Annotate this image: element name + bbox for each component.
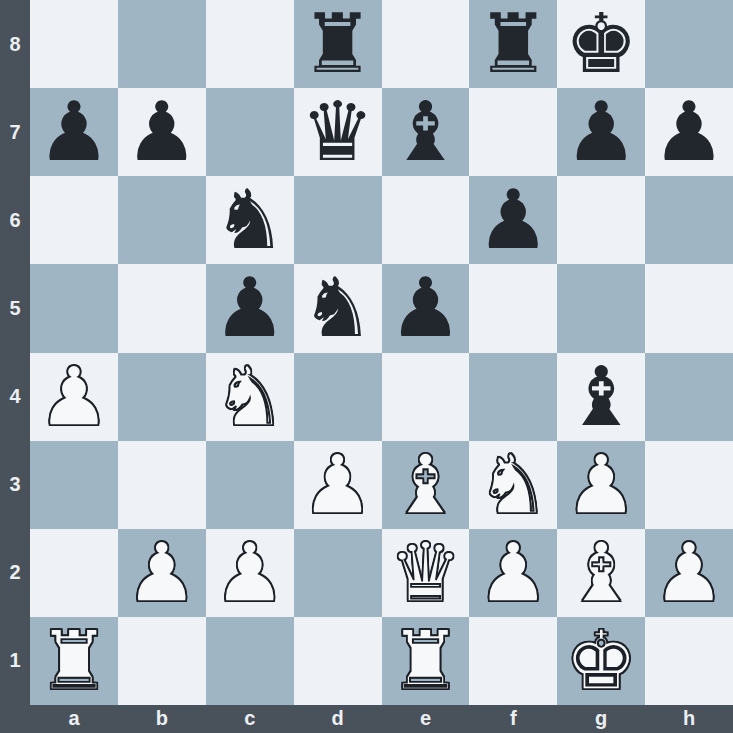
- file-label-d: d: [294, 705, 382, 733]
- square-e7[interactable]: ♝: [382, 88, 470, 176]
- square-c6[interactable]: ♞: [206, 176, 294, 264]
- piece-black-queen-icon[interactable]: ♛: [301, 88, 375, 176]
- rank-label-8: 8: [0, 0, 30, 88]
- piece-white-pawn-icon[interactable]: ♟: [301, 441, 375, 529]
- square-b7[interactable]: ♟: [118, 88, 206, 176]
- square-b3[interactable]: [118, 441, 206, 529]
- square-d7[interactable]: ♛: [294, 88, 382, 176]
- square-c8[interactable]: [206, 0, 294, 88]
- square-a2[interactable]: [30, 529, 118, 617]
- file-label-h: h: [645, 705, 733, 733]
- piece-black-rook-icon[interactable]: ♜: [301, 0, 375, 88]
- square-d8[interactable]: ♜: [294, 0, 382, 88]
- chess-diagram: 87654321 ♜♜♚♟♟♛♝♟♟♞♟♟♞♟♟♞♝♟♝♞♟♟♟♛♟♝♟♜♜♚ …: [0, 0, 733, 733]
- square-f7[interactable]: [469, 88, 557, 176]
- rank-label-1: 1: [0, 617, 30, 705]
- file-label-f: f: [469, 705, 557, 733]
- piece-black-rook-icon[interactable]: ♜: [477, 0, 551, 88]
- square-c7[interactable]: [206, 88, 294, 176]
- square-g7[interactable]: ♟: [557, 88, 645, 176]
- square-g6[interactable]: [557, 176, 645, 264]
- square-h8[interactable]: [645, 0, 733, 88]
- square-b4[interactable]: [118, 353, 206, 441]
- square-e6[interactable]: [382, 176, 470, 264]
- square-e1[interactable]: ♜: [382, 617, 470, 705]
- rank-label-2: 2: [0, 529, 30, 617]
- piece-black-bishop-icon[interactable]: ♝: [389, 88, 463, 176]
- piece-white-pawn-icon[interactable]: ♟: [213, 529, 287, 617]
- file-label-b: b: [118, 705, 206, 733]
- piece-white-pawn-icon[interactable]: ♟: [564, 441, 638, 529]
- square-f8[interactable]: ♜: [469, 0, 557, 88]
- square-h3[interactable]: [645, 441, 733, 529]
- square-b2[interactable]: ♟: [118, 529, 206, 617]
- square-b8[interactable]: [118, 0, 206, 88]
- piece-black-pawn-icon[interactable]: ♟: [125, 88, 199, 176]
- square-g4[interactable]: ♝: [557, 353, 645, 441]
- square-h5[interactable]: [645, 264, 733, 352]
- square-c2[interactable]: ♟: [206, 529, 294, 617]
- square-b1[interactable]: [118, 617, 206, 705]
- square-f3[interactable]: ♞: [469, 441, 557, 529]
- piece-black-pawn-icon[interactable]: ♟: [37, 88, 111, 176]
- square-a1[interactable]: ♜: [30, 617, 118, 705]
- piece-white-rook-icon[interactable]: ♜: [389, 617, 463, 705]
- square-c4[interactable]: ♞: [206, 353, 294, 441]
- piece-white-bishop-icon[interactable]: ♝: [564, 529, 638, 617]
- rank-label-6: 6: [0, 176, 30, 264]
- piece-black-pawn-icon[interactable]: ♟: [564, 88, 638, 176]
- square-a8[interactable]: [30, 0, 118, 88]
- square-d4[interactable]: [294, 353, 382, 441]
- square-f4[interactable]: [469, 353, 557, 441]
- square-h6[interactable]: [645, 176, 733, 264]
- rank-label-5: 5: [0, 264, 30, 352]
- piece-white-pawn-icon[interactable]: ♟: [37, 353, 111, 441]
- square-d6[interactable]: [294, 176, 382, 264]
- rank-labels: 87654321: [0, 0, 30, 705]
- square-c1[interactable]: [206, 617, 294, 705]
- square-b5[interactable]: [118, 264, 206, 352]
- rank-label-7: 7: [0, 88, 30, 176]
- square-a5[interactable]: [30, 264, 118, 352]
- file-label-g: g: [557, 705, 645, 733]
- square-h1[interactable]: [645, 617, 733, 705]
- rank-label-3: 3: [0, 441, 30, 529]
- rank-label-4: 4: [0, 353, 30, 441]
- piece-white-king-icon[interactable]: ♚: [564, 617, 638, 705]
- chess-board: ♜♜♚♟♟♛♝♟♟♞♟♟♞♟♟♞♝♟♝♞♟♟♟♛♟♝♟♜♜♚: [30, 0, 733, 705]
- piece-white-pawn-icon[interactable]: ♟: [125, 529, 199, 617]
- square-e2[interactable]: ♛: [382, 529, 470, 617]
- file-label-e: e: [382, 705, 470, 733]
- file-label-c: c: [206, 705, 294, 733]
- square-f2[interactable]: ♟: [469, 529, 557, 617]
- square-g8[interactable]: ♚: [557, 0, 645, 88]
- square-g5[interactable]: [557, 264, 645, 352]
- piece-white-knight-icon[interactable]: ♞: [213, 353, 287, 441]
- square-h4[interactable]: [645, 353, 733, 441]
- square-d2[interactable]: [294, 529, 382, 617]
- piece-white-knight-icon[interactable]: ♞: [477, 441, 551, 529]
- piece-white-queen-icon[interactable]: ♛: [389, 529, 463, 617]
- square-a7[interactable]: ♟: [30, 88, 118, 176]
- square-a6[interactable]: [30, 176, 118, 264]
- piece-white-pawn-icon[interactable]: ♟: [477, 529, 551, 617]
- piece-black-pawn-icon[interactable]: ♟: [213, 264, 287, 352]
- square-e5[interactable]: ♟: [382, 264, 470, 352]
- square-f6[interactable]: ♟: [469, 176, 557, 264]
- square-h2[interactable]: ♟: [645, 529, 733, 617]
- piece-black-pawn-icon[interactable]: ♟: [652, 88, 726, 176]
- piece-black-pawn-icon[interactable]: ♟: [477, 176, 551, 264]
- square-a4[interactable]: ♟: [30, 353, 118, 441]
- square-c3[interactable]: [206, 441, 294, 529]
- square-g2[interactable]: ♝: [557, 529, 645, 617]
- square-g3[interactable]: ♟: [557, 441, 645, 529]
- square-e3[interactable]: ♝: [382, 441, 470, 529]
- piece-black-pawn-icon[interactable]: ♟: [389, 264, 463, 352]
- square-a3[interactable]: [30, 441, 118, 529]
- piece-black-knight-icon[interactable]: ♞: [301, 264, 375, 352]
- square-b6[interactable]: [118, 176, 206, 264]
- square-d5[interactable]: ♞: [294, 264, 382, 352]
- piece-white-rook-icon[interactable]: ♜: [37, 617, 111, 705]
- piece-black-king-icon[interactable]: ♚: [564, 0, 638, 88]
- square-c5[interactable]: ♟: [206, 264, 294, 352]
- square-f1[interactable]: [469, 617, 557, 705]
- file-labels: abcdefgh: [30, 705, 733, 733]
- piece-white-bishop-icon[interactable]: ♝: [389, 441, 463, 529]
- piece-white-pawn-icon[interactable]: ♟: [652, 529, 726, 617]
- square-g1[interactable]: ♚: [557, 617, 645, 705]
- square-d1[interactable]: [294, 617, 382, 705]
- square-e4[interactable]: [382, 353, 470, 441]
- square-f5[interactable]: [469, 264, 557, 352]
- square-h7[interactable]: ♟: [645, 88, 733, 176]
- square-d3[interactable]: ♟: [294, 441, 382, 529]
- corner-spacer: [0, 705, 30, 733]
- file-label-a: a: [30, 705, 118, 733]
- piece-black-bishop-icon[interactable]: ♝: [564, 353, 638, 441]
- piece-black-knight-icon[interactable]: ♞: [213, 176, 287, 264]
- square-e8[interactable]: [382, 0, 470, 88]
